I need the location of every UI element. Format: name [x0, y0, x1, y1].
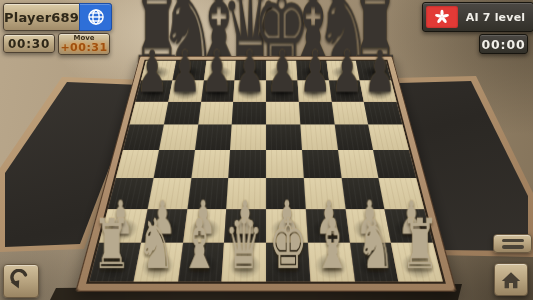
square-f7[interactable]: ♟ [297, 80, 331, 101]
square-a4[interactable] [116, 150, 159, 178]
square-d6[interactable] [232, 102, 266, 125]
square-f4[interactable] [302, 150, 341, 178]
square-c6[interactable] [198, 102, 234, 125]
black-pawn[interactable]: ♟ [168, 42, 200, 100]
square-h6[interactable] [364, 102, 403, 125]
square-a5[interactable] [123, 125, 164, 150]
square-h1[interactable]: ♜ [391, 243, 443, 281]
undo-button[interactable] [3, 264, 39, 298]
square-a1[interactable]: ♜ [89, 243, 141, 281]
home-icon [500, 269, 522, 291]
menu-button[interactable] [493, 234, 532, 253]
square-a6[interactable] [130, 102, 169, 125]
square-c1[interactable]: ♝ [178, 243, 225, 281]
square-d1[interactable]: ♛ [222, 243, 266, 281]
square-d4[interactable] [228, 150, 266, 178]
square-e5[interactable] [266, 125, 302, 150]
square-e1[interactable]: ♚ [266, 243, 310, 281]
black-player-name: AI 7 level [458, 11, 533, 24]
square-b7[interactable]: ♟ [168, 80, 203, 101]
home-button[interactable] [494, 263, 528, 296]
white-player-badge: Player689 [3, 3, 112, 31]
white-queen[interactable]: ♛ [225, 210, 263, 279]
white-knight[interactable]: ♞ [137, 210, 175, 279]
black-clock-badge: 00:00 [479, 34, 528, 54]
square-g7[interactable]: ♟ [329, 80, 364, 101]
square-e6[interactable] [266, 102, 300, 125]
square-h7[interactable]: ♟ [360, 80, 397, 101]
square-c7[interactable]: ♟ [201, 80, 235, 101]
square-f1[interactable]: ♝ [308, 243, 355, 281]
black-clock: 00:00 [482, 37, 526, 52]
square-g5[interactable] [334, 125, 373, 150]
square-d5[interactable] [230, 125, 266, 150]
black-pawn[interactable]: ♟ [234, 42, 266, 100]
square-h5[interactable] [368, 125, 409, 150]
square-b6[interactable] [164, 102, 201, 125]
hong-kong-flag-icon [426, 6, 458, 28]
square-e4[interactable] [266, 150, 304, 178]
square-f6[interactable] [299, 102, 335, 125]
menu-icon [502, 239, 524, 243]
square-e7[interactable]: ♟ [266, 80, 299, 101]
square-a7[interactable]: ♟ [135, 80, 172, 101]
black-pawn[interactable]: ♟ [266, 42, 298, 100]
square-h4[interactable] [373, 150, 416, 178]
white-player-name: Player689 [4, 4, 79, 30]
move-increment-value: +00:31 [60, 42, 107, 53]
board-grid: ♜♞♝♛♚♝♞♜♟♟♟♟♟♟♟♟♟♟♟♟♟♟♟♟♜♞♝♛♚♝♞♜ [89, 61, 443, 282]
white-clock: 00:30 [8, 37, 50, 51]
undo-arrow-icon [9, 269, 33, 293]
black-pawn[interactable]: ♟ [201, 42, 233, 100]
square-f5[interactable] [300, 125, 337, 150]
square-g4[interactable] [338, 150, 379, 178]
square-b1[interactable]: ♞ [133, 243, 182, 281]
white-bishop[interactable]: ♝ [313, 210, 351, 279]
white-clock-badge: 00:30 [3, 34, 55, 53]
black-pawn[interactable]: ♟ [299, 42, 331, 100]
white-bishop[interactable]: ♝ [181, 210, 219, 279]
white-rook[interactable]: ♜ [401, 210, 439, 279]
square-g1[interactable]: ♞ [349, 243, 398, 281]
white-king[interactable]: ♚ [269, 210, 307, 279]
square-d7[interactable]: ♟ [233, 80, 266, 101]
black-pawn[interactable]: ♟ [136, 42, 168, 100]
square-b4[interactable] [153, 150, 194, 178]
move-increment-badge: Move +00:31 [58, 33, 110, 55]
square-c4[interactable] [191, 150, 230, 178]
square-g6[interactable] [331, 102, 368, 125]
black-player-badge: AI 7 level [422, 2, 533, 32]
black-pawn[interactable]: ♟ [331, 42, 363, 100]
black-pawn[interactable]: ♟ [364, 42, 396, 100]
white-knight[interactable]: ♞ [357, 210, 395, 279]
globe-icon [79, 3, 112, 31]
white-rook[interactable]: ♜ [93, 210, 131, 279]
chess-board[interactable]: ♜♞♝♛♚♝♞♜♟♟♟♟♟♟♟♟♟♟♟♟♟♟♟♟♜♞♝♛♚♝♞♜ [75, 56, 457, 292]
square-c5[interactable] [195, 125, 232, 150]
square-b5[interactable] [159, 125, 198, 150]
